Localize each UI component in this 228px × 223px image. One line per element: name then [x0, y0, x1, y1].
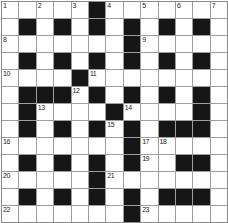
white-cell-r7c12[interactable] — [211, 121, 227, 137]
clue-number-8: 8 — [3, 36, 6, 44]
clue-number-12: 12 — [73, 87, 80, 95]
white-cell-r4c1[interactable] — [19, 70, 35, 86]
white-cell-r12c12[interactable] — [211, 206, 227, 222]
white-cell-r3c6[interactable] — [106, 53, 122, 69]
black-cell-r5c2 — [37, 87, 53, 103]
white-cell-r0c7[interactable] — [124, 2, 140, 18]
white-cell-r6c12[interactable] — [211, 104, 227, 120]
white-cell-r8c0[interactable]: 16 — [2, 138, 18, 154]
white-cell-r8c3[interactable] — [54, 138, 70, 154]
white-cell-r4c7[interactable] — [124, 70, 140, 86]
white-cell-r1c10[interactable] — [176, 19, 192, 35]
white-cell-r5c8[interactable] — [141, 87, 157, 103]
white-cell-r3c4[interactable] — [72, 53, 88, 69]
white-cell-r2c11[interactable] — [193, 36, 209, 52]
black-cell-r11c10 — [176, 189, 192, 205]
white-cell-r1c8[interactable] — [141, 19, 157, 35]
white-cell-r12c11[interactable] — [193, 206, 209, 222]
white-cell-r11c0[interactable] — [2, 189, 18, 205]
white-cell-r9c9[interactable] — [159, 155, 175, 171]
white-cell-r10c2[interactable] — [37, 172, 53, 188]
black-cell-r11c7 — [124, 189, 140, 205]
black-cell-r2c7 — [124, 36, 140, 52]
white-cell-r12c6[interactable] — [106, 206, 122, 222]
white-cell-r12c3[interactable] — [54, 206, 70, 222]
white-cell-r10c6[interactable]: 21 — [106, 172, 122, 188]
white-cell-r4c3[interactable] — [54, 70, 70, 86]
white-cell-r4c5[interactable]: 11 — [89, 70, 105, 86]
white-cell-r2c4[interactable] — [72, 36, 88, 52]
white-cell-r1c0[interactable] — [2, 19, 18, 35]
white-cell-r8c5[interactable] — [89, 138, 105, 154]
black-cell-r6c6 — [106, 104, 122, 120]
white-cell-r11c6[interactable] — [106, 189, 122, 205]
white-cell-r9c2[interactable] — [37, 155, 53, 171]
white-cell-r2c10[interactable] — [176, 36, 192, 52]
white-cell-r4c9[interactable] — [159, 70, 175, 86]
black-cell-r7c1 — [19, 121, 35, 137]
black-cell-r9c5 — [89, 155, 105, 171]
white-cell-r9c4[interactable] — [72, 155, 88, 171]
black-cell-r5c5 — [89, 87, 105, 103]
white-cell-r11c2[interactable] — [37, 189, 53, 205]
clue-number-5: 5 — [142, 2, 145, 10]
white-cell-r0c1[interactable] — [19, 2, 35, 18]
clue-number-7: 7 — [212, 2, 215, 10]
white-cell-r10c11[interactable] — [193, 172, 209, 188]
white-cell-r10c0[interactable]: 20 — [2, 172, 18, 188]
black-cell-r9c11 — [193, 155, 209, 171]
white-cell-r6c2[interactable]: 13 — [37, 104, 53, 120]
white-cell-r6c0[interactable] — [2, 104, 18, 120]
white-cell-r5c4[interactable]: 12 — [72, 87, 88, 103]
white-cell-r6c8[interactable] — [141, 104, 157, 120]
black-cell-r11c3 — [54, 189, 70, 205]
white-cell-r3c10[interactable] — [176, 53, 192, 69]
white-cell-r4c11[interactable] — [193, 70, 209, 86]
black-cell-r6c11 — [193, 104, 209, 120]
white-cell-r12c9[interactable] — [159, 206, 175, 222]
white-cell-r0c12[interactable]: 7 — [211, 2, 227, 18]
black-cell-r3c9 — [159, 53, 175, 69]
white-cell-r1c2[interactable] — [37, 19, 53, 35]
black-cell-r9c10 — [176, 155, 192, 171]
white-cell-r10c7[interactable] — [124, 172, 140, 188]
clue-number-14: 14 — [125, 104, 132, 112]
black-cell-r1c7 — [124, 19, 140, 35]
white-cell-r6c9[interactable] — [159, 104, 175, 120]
clue-number-21: 21 — [107, 172, 114, 180]
white-cell-r0c2[interactable]: 2 — [37, 2, 53, 18]
white-cell-r8c2[interactable] — [37, 138, 53, 154]
white-cell-r8c4[interactable] — [72, 138, 88, 154]
white-cell-r10c8[interactable] — [141, 172, 157, 188]
white-cell-r9c6[interactable] — [106, 155, 122, 171]
black-cell-r5c11 — [193, 87, 209, 103]
white-cell-r2c1[interactable] — [19, 36, 35, 52]
clue-number-18: 18 — [160, 138, 167, 146]
black-cell-r7c3 — [54, 121, 70, 137]
clue-number-22: 22 — [3, 206, 10, 214]
white-cell-r4c6[interactable] — [106, 70, 122, 86]
black-cell-r8c7 — [124, 138, 140, 154]
white-cell-r10c3[interactable] — [54, 172, 70, 188]
black-cell-r7c11 — [193, 121, 209, 137]
black-cell-r3c3 — [54, 53, 70, 69]
white-cell-r2c6[interactable] — [106, 36, 122, 52]
white-cell-r12c8[interactable]: 23 — [141, 206, 157, 222]
white-cell-r8c9[interactable]: 18 — [159, 138, 175, 154]
clue-number-10: 10 — [3, 70, 10, 78]
white-cell-r9c0[interactable] — [2, 155, 18, 171]
black-cell-r7c5 — [89, 121, 105, 137]
black-cell-r3c7 — [124, 53, 140, 69]
white-cell-r4c0[interactable]: 10 — [2, 70, 18, 86]
white-cell-r10c12[interactable] — [211, 172, 227, 188]
white-cell-r3c12[interactable] — [211, 53, 227, 69]
black-cell-r7c10 — [176, 121, 192, 137]
black-cell-r7c9 — [159, 121, 175, 137]
white-cell-r2c9[interactable] — [159, 36, 175, 52]
clue-number-9: 9 — [142, 36, 145, 44]
white-cell-r4c12[interactable] — [211, 70, 227, 86]
black-cell-r12c7 — [124, 206, 140, 222]
black-cell-r3c11 — [193, 53, 209, 69]
white-cell-r11c12[interactable] — [211, 189, 227, 205]
white-cell-r8c6[interactable] — [106, 138, 122, 154]
white-cell-r0c3[interactable] — [54, 2, 70, 18]
white-cell-r1c12[interactable] — [211, 19, 227, 35]
white-cell-r4c10[interactable] — [176, 70, 192, 86]
black-cell-r9c7 — [124, 155, 140, 171]
white-cell-r4c2[interactable] — [37, 70, 53, 86]
black-cell-r9c3 — [54, 155, 70, 171]
white-cell-r0c6[interactable]: 4 — [106, 2, 122, 18]
white-cell-r5c10[interactable] — [176, 87, 192, 103]
white-cell-r2c8[interactable]: 9 — [141, 36, 157, 52]
clue-number-20: 20 — [3, 172, 10, 180]
black-cell-r1c1 — [19, 19, 35, 35]
clue-number-6: 6 — [177, 2, 180, 10]
white-cell-r5c12[interactable] — [211, 87, 227, 103]
clue-number-2: 2 — [38, 2, 41, 10]
white-cell-r2c2[interactable] — [37, 36, 53, 52]
black-cell-r11c5 — [89, 189, 105, 205]
white-cell-r5c0[interactable] — [2, 87, 18, 103]
white-cell-r1c6[interactable] — [106, 19, 122, 35]
white-cell-r6c4[interactable] — [72, 104, 88, 120]
white-cell-r2c0[interactable]: 8 — [2, 36, 18, 52]
clue-number-23: 23 — [142, 206, 149, 214]
black-cell-r7c7 — [124, 121, 140, 137]
black-cell-r1c3 — [54, 19, 70, 35]
white-cell-r0c0[interactable]: 1 — [2, 2, 18, 18]
black-cell-r1c5 — [89, 19, 105, 35]
clue-number-4: 4 — [107, 2, 110, 10]
white-cell-r7c0[interactable] — [2, 121, 18, 137]
white-cell-r0c4[interactable]: 3 — [72, 2, 88, 18]
black-cell-r3c1 — [19, 53, 35, 69]
black-cell-r5c1 — [19, 87, 35, 103]
white-cell-r7c4[interactable] — [72, 121, 88, 137]
crossword-page: 1234567891011121314151617181920212223 — [0, 0, 228, 223]
white-cell-r10c1[interactable] — [19, 172, 35, 188]
white-cell-r2c12[interactable] — [211, 36, 227, 52]
white-cell-r10c10[interactable] — [176, 172, 192, 188]
clue-number-19: 19 — [142, 155, 149, 163]
black-cell-r11c1 — [19, 189, 35, 205]
white-cell-r8c1[interactable] — [19, 138, 35, 154]
white-cell-r12c0[interactable]: 22 — [2, 206, 18, 222]
white-cell-r0c8[interactable]: 5 — [141, 2, 157, 18]
white-cell-r3c0[interactable] — [2, 53, 18, 69]
black-cell-r4c4 — [72, 70, 88, 86]
white-cell-r12c4[interactable] — [72, 206, 88, 222]
clue-number-11: 11 — [90, 70, 96, 78]
white-cell-r3c2[interactable] — [37, 53, 53, 69]
white-cell-r7c6[interactable]: 15 — [106, 121, 122, 137]
white-cell-r7c2[interactable] — [37, 121, 53, 137]
clue-number-13: 13 — [38, 104, 45, 112]
black-cell-r9c1 — [19, 155, 35, 171]
black-cell-r11c9 — [159, 189, 175, 205]
black-cell-r10c5 — [89, 172, 105, 188]
white-cell-r12c5[interactable] — [89, 206, 105, 222]
white-cell-r4c8[interactable] — [141, 70, 157, 86]
white-cell-r8c8[interactable]: 17 — [141, 138, 157, 154]
clue-number-3: 3 — [73, 2, 76, 10]
black-cell-r5c3 — [54, 87, 70, 103]
white-cell-r5c6[interactable] — [106, 87, 122, 103]
white-cell-r6c3[interactable] — [54, 104, 70, 120]
white-cell-r10c4[interactable] — [72, 172, 88, 188]
white-cell-r6c5[interactable] — [89, 104, 105, 120]
white-cell-r10c9[interactable] — [159, 172, 175, 188]
black-cell-r5c9 — [159, 87, 175, 103]
white-cell-r8c10[interactable] — [176, 138, 192, 154]
white-cell-r7c8[interactable] — [141, 121, 157, 137]
white-cell-r11c8[interactable] — [141, 189, 157, 205]
black-cell-r6c1 — [19, 104, 35, 120]
white-cell-r1c4[interactable] — [72, 19, 88, 35]
clue-number-16: 16 — [3, 138, 10, 146]
white-cell-r2c3[interactable] — [54, 36, 70, 52]
black-cell-r11c11 — [193, 189, 209, 205]
clue-number-15: 15 — [107, 121, 114, 129]
white-cell-r6c10[interactable] — [176, 104, 192, 120]
white-cell-r0c11[interactable] — [193, 2, 209, 18]
black-cell-r1c9 — [159, 19, 175, 35]
white-cell-r12c2[interactable] — [37, 206, 53, 222]
black-cell-r1c11 — [193, 19, 209, 35]
white-cell-r0c10[interactable]: 6 — [176, 2, 192, 18]
white-cell-r11c4[interactable] — [72, 189, 88, 205]
white-cell-r0c9[interactable] — [159, 2, 175, 18]
white-cell-r8c11[interactable] — [193, 138, 209, 154]
clue-number-1: 1 — [3, 2, 6, 10]
white-cell-r2c5[interactable] — [89, 36, 105, 52]
white-cell-r3c8[interactable] — [141, 53, 157, 69]
black-cell-r5c7 — [124, 87, 140, 103]
clue-number-17: 17 — [142, 138, 149, 146]
crossword-grid: 1234567891011121314151617181920212223 — [1, 1, 228, 223]
white-cell-r12c10[interactable] — [176, 206, 192, 222]
white-cell-r9c12[interactable] — [211, 155, 227, 171]
black-cell-r0c5 — [89, 2, 105, 18]
black-cell-r3c5 — [89, 53, 105, 69]
white-cell-r6c7[interactable]: 14 — [124, 104, 140, 120]
white-cell-r9c8[interactable]: 19 — [141, 155, 157, 171]
white-cell-r12c1[interactable] — [19, 206, 35, 222]
white-cell-r8c12[interactable] — [211, 138, 227, 154]
